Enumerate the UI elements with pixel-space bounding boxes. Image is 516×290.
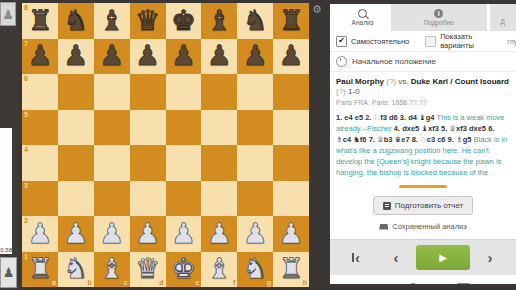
tab-label: Д [501,18,505,25]
square-h6[interactable] [273,74,309,110]
square-f7[interactable]: ♟ [201,39,237,75]
square-g5[interactable] [237,110,273,146]
black-p-piece: ♟ [135,42,160,70]
square-f4[interactable] [201,145,237,181]
square-a2[interactable]: 2♟ [22,216,58,252]
game-result: 1-0 [348,87,360,96]
game-header: Paul Morphy (?) vs. Duke Karl / Count Is… [330,72,516,109]
square-b6[interactable] [58,74,94,110]
square-g3[interactable] [237,181,273,217]
file-label: g [267,279,271,286]
saved-analysis-label: Сохраненный анализ [392,222,466,231]
square-a3[interactable]: 3 [22,181,58,217]
white-p-piece: ♟ [171,220,196,248]
rank-label: 8 [24,4,28,11]
square-g1[interactable]: g♞ [237,252,273,288]
file-label: h [303,279,307,286]
square-e1[interactable]: e♚ [166,252,202,288]
square-f8[interactable]: ♝ [201,3,237,39]
first-move-button[interactable]: ‹ [336,250,376,265]
magnifier-icon [358,9,367,18]
event-line: Paris FRA: Paris: 1858.??.?? [336,98,510,107]
file-label: d [159,279,163,286]
white-b-piece: ♝ [99,255,124,283]
prepare-report-button[interactable]: Подготовить отчет [373,196,473,215]
white-r-piece: ♜ [279,255,304,283]
white-q-piece: ♛ [135,255,160,283]
show-variants-label: Показать варианты [440,32,507,50]
white-p-piece: ♟ [63,220,88,248]
black-r-piece: ♜ [27,7,52,35]
file-label: b [87,279,91,286]
initial-position-row[interactable]: Начальное положение [330,51,516,72]
tab-bar: Анализ Подробно Д [330,4,516,31]
reload-icon[interactable]: C [409,282,416,284]
square-a5[interactable]: 5 [22,110,58,146]
report-icon [383,202,391,210]
square-h1[interactable]: h♜ [273,252,309,288]
tab-clipped[interactable]: Д [490,4,516,31]
file-label: e [195,279,199,286]
square-e3[interactable] [166,181,202,217]
saved-analysis-row[interactable]: Сохраненный анализ [330,222,516,231]
gear-icon[interactable]: ⚙ [310,3,324,17]
depth-label: глуб [507,37,516,46]
white-p-piece: ♟ [243,220,268,248]
square-b3[interactable] [58,181,94,217]
black-n-piece: ♞ [243,7,268,35]
square-f5[interactable] [201,110,237,146]
background-piece-button-top[interactable]: ♟ [0,2,16,26]
controls-row: ✔ Самостоятельно Показать варианты глуб [330,31,516,51]
white-p-piece: ♟ [99,220,124,248]
next-move-button[interactable]: › [470,250,510,265]
square-b5[interactable] [58,110,94,146]
square-c3[interactable] [94,181,130,217]
black-p-piece: ♟ [63,42,88,70]
rank-label: 2 [24,217,28,224]
square-g8[interactable]: ♞ [237,3,273,39]
white-player-name: Paul Morphy [336,77,384,86]
square-d1[interactable]: d♛ [130,252,166,288]
background-window-strip: ♟ 0.58 ♟ [0,0,19,290]
square-e4[interactable] [166,145,202,181]
black-q-piece: ♛ [135,7,160,35]
square-a1[interactable]: 1a♜ [22,252,58,288]
rank-label: 1 [24,253,28,260]
square-d4[interactable] [130,145,166,181]
square-g2[interactable]: ♟ [237,216,273,252]
pawn-icon: ♟ [2,7,14,22]
tab-details[interactable]: Подробно [391,4,486,31]
previous-move-button[interactable]: ‹ [376,250,416,265]
square-c7[interactable]: ♟ [94,39,130,75]
square-c2[interactable]: ♟ [94,216,130,252]
black-p-piece: ♟ [207,42,232,70]
players-line: Paul Morphy (?) vs. Duke Karl / Count Is… [336,77,510,97]
square-b4[interactable] [58,145,94,181]
square-b1[interactable]: b♞ [58,252,94,288]
square-e2[interactable]: ♟ [166,216,202,252]
rank-label: 5 [24,111,28,118]
move-sequence[interactable]: 1. e4 e5 2. ♘f3 d6 3. d4 ♝g4 [336,113,437,122]
square-h4[interactable] [273,145,309,181]
rank-label: 3 [24,182,28,189]
prev-chevron-icon: ‹ [355,250,360,265]
black-b-piece: ♝ [207,7,232,35]
basket-icon [379,224,388,230]
square-g7[interactable]: ♟ [237,39,273,75]
white-k-piece: ♚ [171,255,196,283]
info-icon [434,9,443,18]
square-e6[interactable] [166,74,202,110]
file-label: c [124,279,128,286]
square-f6[interactable] [201,74,237,110]
rank-label: 4 [24,146,28,153]
square-e5[interactable] [166,110,202,146]
square-f1[interactable]: f♝ [201,252,237,288]
clock-icon [336,56,347,67]
black-b-piece: ♝ [99,7,124,35]
self-analysis-checkbox[interactable]: ✔ [336,36,347,47]
tool-icon-row: ⇅ + C ↓ < [330,275,516,284]
square-d6[interactable] [130,74,166,110]
self-analysis-label: Самостоятельно [351,37,409,46]
square-d3[interactable] [130,181,166,217]
share-icon[interactable]: < [441,282,449,284]
play-button[interactable]: ▶ [416,245,470,270]
tab-label: Подробно [424,19,454,26]
check-icon: ✔ [338,37,345,45]
square-g4[interactable] [237,145,273,181]
square-a7[interactable]: 7♟ [22,39,58,75]
square-b7[interactable]: ♟ [58,39,94,75]
prepare-report-label: Подготовить отчет [395,201,463,210]
square-d5[interactable] [130,110,166,146]
white-n-piece: ♞ [63,255,88,283]
moves-text: 1. e4 e5 2. ♘f3 d6 3. d4 ♝g4 This is a w… [330,109,516,178]
square-c4[interactable] [94,145,130,181]
black-r-piece: ♜ [279,7,304,35]
black-k-piece: ♚ [171,7,196,35]
square-f3[interactable] [201,181,237,217]
square-d8[interactable]: ♛ [130,3,166,39]
tab-label: Анализ [352,19,374,26]
background-piece-button-bottom[interactable]: ♟ [0,257,17,288]
square-h8[interactable]: ♜ [273,3,309,39]
play-icon: ▶ [439,252,447,263]
square-e7[interactable]: ♟ [166,39,202,75]
square-f2[interactable]: ♟ [201,216,237,252]
white-n-piece: ♞ [243,255,268,283]
square-a8[interactable]: 8♜ [22,3,58,39]
square-c1[interactable]: c♝ [94,252,130,288]
square-b2[interactable]: ♟ [58,216,94,252]
square-c5[interactable] [94,110,130,146]
white-p-piece: ♟ [279,220,304,248]
white-p-piece: ♟ [207,220,232,248]
rank-label: 7 [24,40,28,47]
black-player-name: Duke Karl / Count Isouard [411,77,509,86]
black-p-piece: ♟ [279,42,304,70]
square-h7[interactable]: ♟ [273,39,309,75]
square-d2[interactable]: ♟ [130,216,166,252]
file-label: f [233,279,235,286]
square-h2[interactable]: ♟ [273,216,309,252]
progress-bar [399,185,447,188]
black-p-piece: ♟ [171,42,196,70]
black-p-piece: ♟ [27,42,52,70]
initial-position-label: Начальное положение [352,57,436,66]
white-p-piece: ♟ [27,220,52,248]
white-p-piece: ♟ [135,220,160,248]
image-export-icon[interactable] [457,283,470,284]
show-variants-checkbox[interactable] [425,36,436,47]
first-move-bar-icon [352,253,354,262]
chess-board[interactable]: 8♜♞♝♛♚♝♞♜7♟♟♟♟♟♟♟♟65432♟♟♟♟♟♟♟♟1a♜b♞c♝d♛… [22,3,309,287]
add-icon[interactable]: + [392,282,400,284]
background-white-panel: 0.58 [0,128,12,254]
score-value: 0.58 [0,246,12,254]
square-a6[interactable]: 6 [22,74,58,110]
black-p-piece: ♟ [99,42,124,70]
square-c6[interactable] [94,74,130,110]
download-icon[interactable]: ↓ [424,282,432,285]
square-b8[interactable]: ♞ [58,3,94,39]
square-d7[interactable]: ♟ [130,39,166,75]
square-e8[interactable]: ♚ [166,3,202,39]
black-n-piece: ♞ [63,7,88,35]
flip-board-icon[interactable]: ⇅ [376,282,384,284]
square-h3[interactable] [273,181,309,217]
white-r-piece: ♜ [27,255,52,283]
black-p-piece: ♟ [243,42,268,70]
file-label: a [52,279,56,286]
square-g6[interactable] [237,74,273,110]
square-a4[interactable]: 4 [22,145,58,181]
rank-label: 6 [24,75,28,82]
square-c8[interactable]: ♝ [94,3,130,39]
white-b-piece: ♝ [207,255,232,283]
move-navigation-bar: ‹ ‹ ▶ › [330,239,516,275]
square-h5[interactable] [273,110,309,146]
analysis-panel: Анализ Подробно Д ✔ Самостоятельно Показ… [330,4,516,284]
tab-analysis[interactable]: Анализ [337,4,388,31]
pawn-icon: ♟ [3,265,15,280]
